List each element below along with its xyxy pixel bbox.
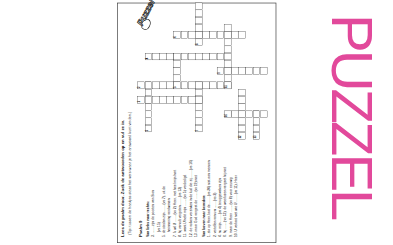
clue-number: 4 <box>145 58 148 59</box>
grid-cell[interactable] <box>195 3 202 10</box>
clue-number: 5 <box>174 87 177 88</box>
tip-line: (Tip: tussen de haakjes staat het vers w… <box>128 112 132 235</box>
grid-cell[interactable] <box>238 96 245 103</box>
grid-cell[interactable] <box>217 82 224 89</box>
grid-cell[interactable] <box>195 103 202 110</box>
clue-number: 8 <box>196 43 199 44</box>
grid-cell[interactable] <box>195 89 202 96</box>
grid-cell[interactable] <box>145 89 152 96</box>
grid-cell[interactable]: 6 <box>174 31 181 38</box>
grid-cell[interactable] <box>217 31 224 38</box>
grid-cell[interactable] <box>231 111 238 118</box>
grid-cell[interactable] <box>195 31 202 38</box>
grid-cell[interactable] <box>152 53 159 60</box>
puzzle-page: Lees de psalm door. Zoek de antwoorden o… <box>117 3 276 243</box>
grid-cell[interactable] <box>224 60 231 67</box>
clue-number: 3 <box>145 130 148 131</box>
grid-cell[interactable] <box>231 31 238 38</box>
grid-cell[interactable] <box>238 125 245 132</box>
clue-number: 13 <box>253 136 256 139</box>
grid-cell[interactable] <box>152 82 159 89</box>
grid-cell[interactable] <box>195 10 202 17</box>
grid-cell[interactable] <box>238 89 245 96</box>
grid-cell[interactable]: 12 <box>238 132 245 139</box>
grid-cell[interactable] <box>195 17 202 24</box>
grid-cell[interactable] <box>152 96 159 103</box>
grid-cell[interactable] <box>224 53 231 60</box>
grid-cell[interactable] <box>166 82 173 89</box>
grid-cell[interactable] <box>238 103 245 110</box>
clue-panel: Psalm 9 Van links naar rechts: 3. ......… <box>138 137 238 237</box>
across-clue-list: 3. ........zijn de poorten van Sion(vs 1… <box>151 137 199 237</box>
grid-cell[interactable]: 13 <box>253 132 260 139</box>
grid-cell[interactable] <box>253 111 260 118</box>
grid-cell[interactable]: 2 <box>138 82 145 89</box>
grid-cell[interactable] <box>224 46 231 53</box>
grid-cell[interactable] <box>181 96 188 103</box>
grid-cell[interactable] <box>217 53 224 60</box>
grid-cell[interactable] <box>181 82 188 89</box>
grid-cell[interactable] <box>174 96 181 103</box>
grid-cell[interactable] <box>224 31 231 38</box>
grid-cell[interactable] <box>174 60 181 67</box>
down-clue-list: 1. sta op Heer, laat de ........(vs 20) … <box>207 137 239 237</box>
grid-cell[interactable] <box>188 96 195 103</box>
grid-cell[interactable] <box>210 82 217 89</box>
clue-number: 2 <box>138 87 141 88</box>
grid-cell[interactable] <box>145 103 152 110</box>
grid-cell[interactable] <box>159 96 166 103</box>
grid-cell[interactable] <box>159 82 166 89</box>
pink-puzzel-banner: PUZZEL <box>323 14 381 218</box>
puzzle-title: Psalm 9 <box>138 137 143 237</box>
grid-cell[interactable] <box>253 118 260 125</box>
grid-cell[interactable] <box>202 82 209 89</box>
grid-cell[interactable] <box>224 39 231 46</box>
clue-line: 10. U verlaat niet wie U ........(vs 11)… <box>233 137 238 237</box>
grid-cell[interactable] <box>174 75 181 82</box>
grid-cell[interactable]: 7 <box>195 125 202 132</box>
crossword-grid: 12345678910111213 <box>138 2 268 139</box>
grid-cell[interactable] <box>210 53 217 60</box>
grid-cell[interactable] <box>210 31 217 38</box>
grid-cell[interactable] <box>195 24 202 31</box>
grid-cell[interactable] <box>238 118 245 125</box>
grid-cell[interactable]: 10 <box>224 111 231 118</box>
grid-cell[interactable] <box>195 96 202 103</box>
grid-cell[interactable] <box>238 67 245 74</box>
grid-cell[interactable] <box>260 111 267 118</box>
grid-cell[interactable]: 11 <box>224 82 231 89</box>
instruction-line: Lees de psalm door. Zoek de antwoorden o… <box>120 120 125 237</box>
grid-cell[interactable] <box>145 82 152 89</box>
grid-cell[interactable]: 4 <box>145 53 152 60</box>
grid-cell[interactable] <box>166 53 173 60</box>
grid-cell[interactable]: 8 <box>195 39 202 46</box>
grid-cell[interactable] <box>253 67 260 74</box>
grid-cell[interactable] <box>181 53 188 60</box>
grid-cell[interactable] <box>145 118 152 125</box>
grid-cell[interactable]: 1 <box>138 96 145 103</box>
grid-cell[interactable] <box>159 53 166 60</box>
grid-cell[interactable] <box>188 53 195 60</box>
grid-cell[interactable] <box>246 111 253 118</box>
grid-cell[interactable] <box>166 96 173 103</box>
clue-number: 12 <box>239 136 242 139</box>
grid-cell[interactable] <box>145 96 152 103</box>
grid-cell[interactable] <box>238 31 245 38</box>
grid-cell[interactable] <box>246 67 253 74</box>
grid-cell[interactable] <box>174 53 181 60</box>
grid-cell[interactable] <box>195 118 202 125</box>
grid-cell[interactable] <box>231 67 238 74</box>
grid-cell[interactable] <box>202 53 209 60</box>
grid-cell[interactable]: 9 <box>217 67 224 74</box>
clue-number: 6 <box>174 36 177 37</box>
grid-cell[interactable]: 3 <box>145 125 152 132</box>
clue-number: 10 <box>224 114 227 117</box>
clue-number: 1 <box>138 101 141 102</box>
clue-number: 9 <box>217 72 220 73</box>
grid-cell[interactable] <box>174 67 181 74</box>
grid-cell[interactable] <box>195 53 202 60</box>
grid-cell[interactable] <box>253 125 260 132</box>
grid-cell[interactable] <box>195 82 202 89</box>
grid-cell[interactable] <box>202 31 209 38</box>
grid-cell[interactable]: 5 <box>174 82 181 89</box>
grid-cell[interactable] <box>224 67 231 74</box>
grid-cell[interactable] <box>181 31 188 38</box>
grid-cell[interactable] <box>224 24 231 31</box>
grid-cell[interactable] <box>188 31 195 38</box>
grid-cell[interactable] <box>260 67 267 74</box>
grid-cell[interactable] <box>195 111 202 118</box>
grid-cell[interactable] <box>188 82 195 89</box>
grid-cell[interactable] <box>224 75 231 82</box>
clue-number: 7 <box>196 130 199 131</box>
clue-number: 11 <box>224 85 227 88</box>
grid-cell[interactable] <box>145 111 152 118</box>
grid-cell[interactable] <box>238 111 245 118</box>
